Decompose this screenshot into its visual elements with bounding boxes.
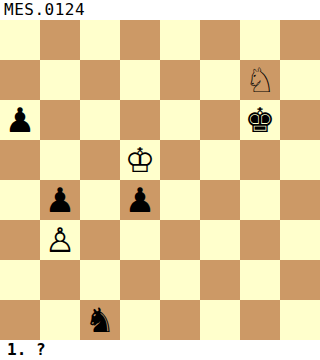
square-d3[interactable] bbox=[120, 220, 160, 260]
square-c1[interactable]: ♞ bbox=[80, 300, 120, 340]
square-b4[interactable]: ♟ bbox=[40, 180, 80, 220]
square-g7[interactable]: ♘ bbox=[240, 60, 280, 100]
square-d5[interactable]: ♔ bbox=[120, 140, 160, 180]
square-f2[interactable] bbox=[200, 260, 240, 300]
square-a8[interactable] bbox=[0, 20, 40, 60]
square-d1[interactable] bbox=[120, 300, 160, 340]
square-e7[interactable] bbox=[160, 60, 200, 100]
square-a7[interactable] bbox=[0, 60, 40, 100]
black-pawn-piece: ♟ bbox=[45, 180, 75, 220]
square-d4[interactable]: ♟ bbox=[120, 180, 160, 220]
square-h6[interactable] bbox=[280, 100, 320, 140]
square-e5[interactable] bbox=[160, 140, 200, 180]
square-e8[interactable] bbox=[160, 20, 200, 60]
square-h3[interactable] bbox=[280, 220, 320, 260]
square-h7[interactable] bbox=[280, 60, 320, 100]
square-f8[interactable] bbox=[200, 20, 240, 60]
black-pawn-piece: ♟ bbox=[125, 180, 155, 220]
square-f6[interactable] bbox=[200, 100, 240, 140]
square-h1[interactable] bbox=[280, 300, 320, 340]
square-b8[interactable] bbox=[40, 20, 80, 60]
square-a4[interactable] bbox=[0, 180, 40, 220]
white-knight-piece: ♘ bbox=[245, 60, 275, 100]
square-g5[interactable] bbox=[240, 140, 280, 180]
square-e4[interactable] bbox=[160, 180, 200, 220]
square-f5[interactable] bbox=[200, 140, 240, 180]
square-h5[interactable] bbox=[280, 140, 320, 180]
square-f7[interactable] bbox=[200, 60, 240, 100]
square-f1[interactable] bbox=[200, 300, 240, 340]
diagram-title: MES.0124 bbox=[0, 0, 320, 20]
square-f4[interactable] bbox=[200, 180, 240, 220]
square-b7[interactable] bbox=[40, 60, 80, 100]
square-c4[interactable] bbox=[80, 180, 120, 220]
square-g4[interactable] bbox=[240, 180, 280, 220]
white-king-piece: ♔ bbox=[125, 140, 155, 180]
square-b1[interactable] bbox=[40, 300, 80, 340]
square-b2[interactable] bbox=[40, 260, 80, 300]
square-e1[interactable] bbox=[160, 300, 200, 340]
square-a6[interactable]: ♟ bbox=[0, 100, 40, 140]
square-e6[interactable] bbox=[160, 100, 200, 140]
square-b6[interactable] bbox=[40, 100, 80, 140]
white-pawn-piece: ♙ bbox=[45, 220, 75, 260]
square-h8[interactable] bbox=[280, 20, 320, 60]
square-h2[interactable] bbox=[280, 260, 320, 300]
square-b3[interactable]: ♙ bbox=[40, 220, 80, 260]
black-pawn-piece: ♟ bbox=[5, 100, 35, 140]
square-d7[interactable] bbox=[120, 60, 160, 100]
square-d6[interactable] bbox=[120, 100, 160, 140]
square-g3[interactable] bbox=[240, 220, 280, 260]
square-d8[interactable] bbox=[120, 20, 160, 60]
square-g1[interactable] bbox=[240, 300, 280, 340]
square-c5[interactable] bbox=[80, 140, 120, 180]
square-a1[interactable] bbox=[0, 300, 40, 340]
square-a2[interactable] bbox=[0, 260, 40, 300]
square-h4[interactable] bbox=[280, 180, 320, 220]
square-f3[interactable] bbox=[200, 220, 240, 260]
square-a5[interactable] bbox=[0, 140, 40, 180]
move-prompt: 1. ? bbox=[0, 340, 320, 360]
chess-diagram-page: MES.0124 ♘♟♚♔♟♟♙♞ 1. ? bbox=[0, 0, 320, 360]
black-knight-piece: ♞ bbox=[85, 300, 115, 340]
square-g6[interactable]: ♚ bbox=[240, 100, 280, 140]
square-g8[interactable] bbox=[240, 20, 280, 60]
square-g2[interactable] bbox=[240, 260, 280, 300]
square-a3[interactable] bbox=[0, 220, 40, 260]
chess-board: ♘♟♚♔♟♟♙♞ bbox=[0, 20, 320, 340]
square-d2[interactable] bbox=[120, 260, 160, 300]
square-b5[interactable] bbox=[40, 140, 80, 180]
square-e2[interactable] bbox=[160, 260, 200, 300]
square-e3[interactable] bbox=[160, 220, 200, 260]
square-c7[interactable] bbox=[80, 60, 120, 100]
square-c6[interactable] bbox=[80, 100, 120, 140]
black-king-piece: ♚ bbox=[245, 100, 275, 140]
square-c2[interactable] bbox=[80, 260, 120, 300]
square-c8[interactable] bbox=[80, 20, 120, 60]
square-c3[interactable] bbox=[80, 220, 120, 260]
